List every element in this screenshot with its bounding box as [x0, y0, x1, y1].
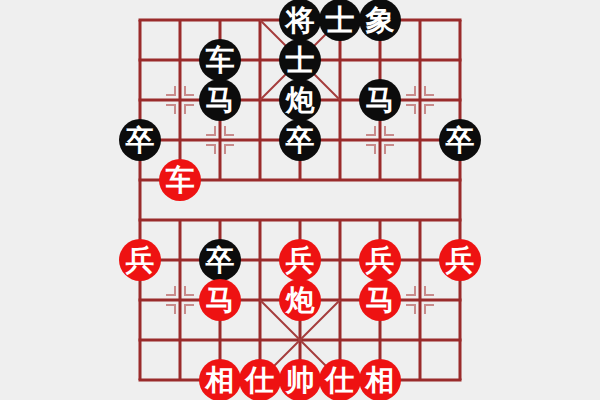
- piece-black-advisor[interactable]: 士: [279, 39, 321, 81]
- piece-red-advisor[interactable]: 仕: [319, 359, 361, 400]
- piece-red-chariot[interactable]: 车: [159, 159, 201, 201]
- point-marker: [185, 305, 194, 314]
- xiangqi-app: 将士象车士马炮马卒卒卒车兵卒兵兵兵马炮马相仕帅仕相: [0, 0, 600, 400]
- point-marker: [225, 145, 234, 154]
- piece-red-soldier[interactable]: 兵: [279, 239, 321, 281]
- point-marker: [425, 105, 434, 114]
- piece-black-advisor[interactable]: 士: [319, 0, 361, 41]
- point-marker: [166, 305, 175, 314]
- piece-black-horse[interactable]: 马: [359, 79, 401, 121]
- piece-black-soldier[interactable]: 卒: [119, 119, 161, 161]
- point-marker: [385, 126, 394, 135]
- point-marker: [366, 145, 375, 154]
- point-marker: [425, 305, 434, 314]
- piece-black-soldier[interactable]: 卒: [199, 239, 241, 281]
- piece-black-cannon[interactable]: 炮: [279, 79, 321, 121]
- piece-black-soldier[interactable]: 卒: [279, 119, 321, 161]
- point-marker: [166, 105, 175, 114]
- piece-red-elephant[interactable]: 相: [359, 359, 401, 400]
- point-marker: [406, 286, 415, 295]
- point-marker: [385, 145, 394, 154]
- piece-red-soldier[interactable]: 兵: [359, 239, 401, 281]
- point-marker: [406, 305, 415, 314]
- piece-red-soldier[interactable]: 兵: [439, 239, 481, 281]
- piece-red-elephant[interactable]: 相: [199, 359, 241, 400]
- point-marker: [406, 105, 415, 114]
- point-marker: [206, 145, 215, 154]
- piece-black-horse[interactable]: 马: [199, 79, 241, 121]
- point-marker: [185, 286, 194, 295]
- point-marker: [425, 286, 434, 295]
- point-marker: [406, 86, 415, 95]
- piece-black-chariot[interactable]: 车: [199, 39, 241, 81]
- point-marker: [225, 126, 234, 135]
- piece-black-elephant[interactable]: 象: [359, 0, 401, 41]
- piece-black-general[interactable]: 将: [279, 0, 321, 41]
- point-marker: [366, 126, 375, 135]
- point-marker: [425, 86, 434, 95]
- piece-black-soldier[interactable]: 卒: [439, 119, 481, 161]
- piece-red-horse[interactable]: 马: [199, 279, 241, 321]
- piece-red-soldier[interactable]: 兵: [119, 239, 161, 281]
- piece-red-advisor[interactable]: 仕: [239, 359, 281, 400]
- point-marker: [185, 105, 194, 114]
- piece-red-horse[interactable]: 马: [359, 279, 401, 321]
- piece-red-cannon[interactable]: 炮: [279, 279, 321, 321]
- point-marker: [166, 286, 175, 295]
- point-marker: [185, 86, 194, 95]
- point-marker: [166, 86, 175, 95]
- point-marker: [206, 126, 215, 135]
- piece-red-general[interactable]: 帅: [279, 359, 321, 400]
